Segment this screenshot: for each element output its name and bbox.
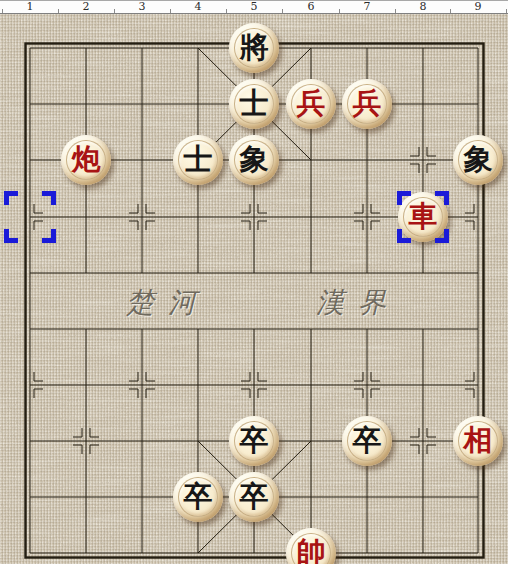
- ruler-number-7: 7: [359, 1, 375, 13]
- piece-black-general[interactable]: 將: [229, 23, 279, 73]
- piece-black-soldier[interactable]: 卒: [229, 472, 279, 522]
- ruler-number-2: 2: [78, 1, 94, 13]
- ruler-number-9: 9: [470, 1, 486, 13]
- river-label-chu-he: 楚河: [126, 289, 210, 317]
- piece-character: 卒: [229, 416, 279, 466]
- ruler-tick: [395, 9, 396, 13]
- piece-character: 象: [229, 135, 279, 185]
- piece-black-elephant[interactable]: 象: [229, 135, 279, 185]
- ruler-tick: [450, 9, 451, 13]
- ruler-tick: [170, 9, 171, 13]
- piece-character: 兵: [286, 79, 336, 129]
- river-label-han-jie: 漢界: [316, 289, 400, 317]
- ruler-number-4: 4: [190, 1, 206, 13]
- ruler-tick: [226, 9, 227, 13]
- piece-character: 象: [453, 135, 503, 185]
- ruler-tick: [282, 9, 283, 13]
- piece-red-soldier[interactable]: 兵: [342, 79, 392, 129]
- ruler-tick: [2, 9, 3, 13]
- piece-character: 士: [229, 79, 279, 129]
- piece-character: 卒: [173, 472, 223, 522]
- piece-red-soldier[interactable]: 兵: [286, 79, 336, 129]
- xiangqi-app-window: 123456789 楚河 漢界 將士兵兵炮士象象車卒卒相卒卒帥: [0, 0, 508, 564]
- piece-character: 將: [229, 23, 279, 73]
- piece-black-advisor[interactable]: 士: [229, 79, 279, 129]
- piece-red-elephant[interactable]: 相: [453, 416, 503, 466]
- ruler-number-8: 8: [415, 1, 431, 13]
- piece-character: 車: [398, 192, 448, 242]
- ruler-tick: [506, 9, 507, 13]
- piece-red-chariot[interactable]: 車: [398, 192, 448, 242]
- piece-character: 士: [173, 135, 223, 185]
- piece-black-soldier[interactable]: 卒: [342, 416, 392, 466]
- piece-character: 帥: [286, 528, 336, 564]
- piece-character: 卒: [342, 416, 392, 466]
- ruler-tick: [339, 9, 340, 13]
- piece-character: 相: [453, 416, 503, 466]
- column-ruler: 123456789: [0, 0, 508, 14]
- piece-black-soldier[interactable]: 卒: [173, 472, 223, 522]
- piece-character: 兵: [342, 79, 392, 129]
- piece-red-general[interactable]: 帥: [286, 528, 336, 564]
- piece-red-cannon[interactable]: 炮: [61, 135, 111, 185]
- ruler-number-6: 6: [303, 1, 319, 13]
- ruler-number-3: 3: [134, 1, 150, 13]
- piece-black-soldier[interactable]: 卒: [229, 416, 279, 466]
- piece-black-advisor[interactable]: 士: [173, 135, 223, 185]
- piece-character: 卒: [229, 472, 279, 522]
- piece-black-elephant[interactable]: 象: [453, 135, 503, 185]
- ruler-number-1: 1: [22, 1, 38, 13]
- ruler-tick: [114, 9, 115, 13]
- ruler-tick: [58, 9, 59, 13]
- piece-character: 炮: [61, 135, 111, 185]
- ruler-number-5: 5: [246, 1, 262, 13]
